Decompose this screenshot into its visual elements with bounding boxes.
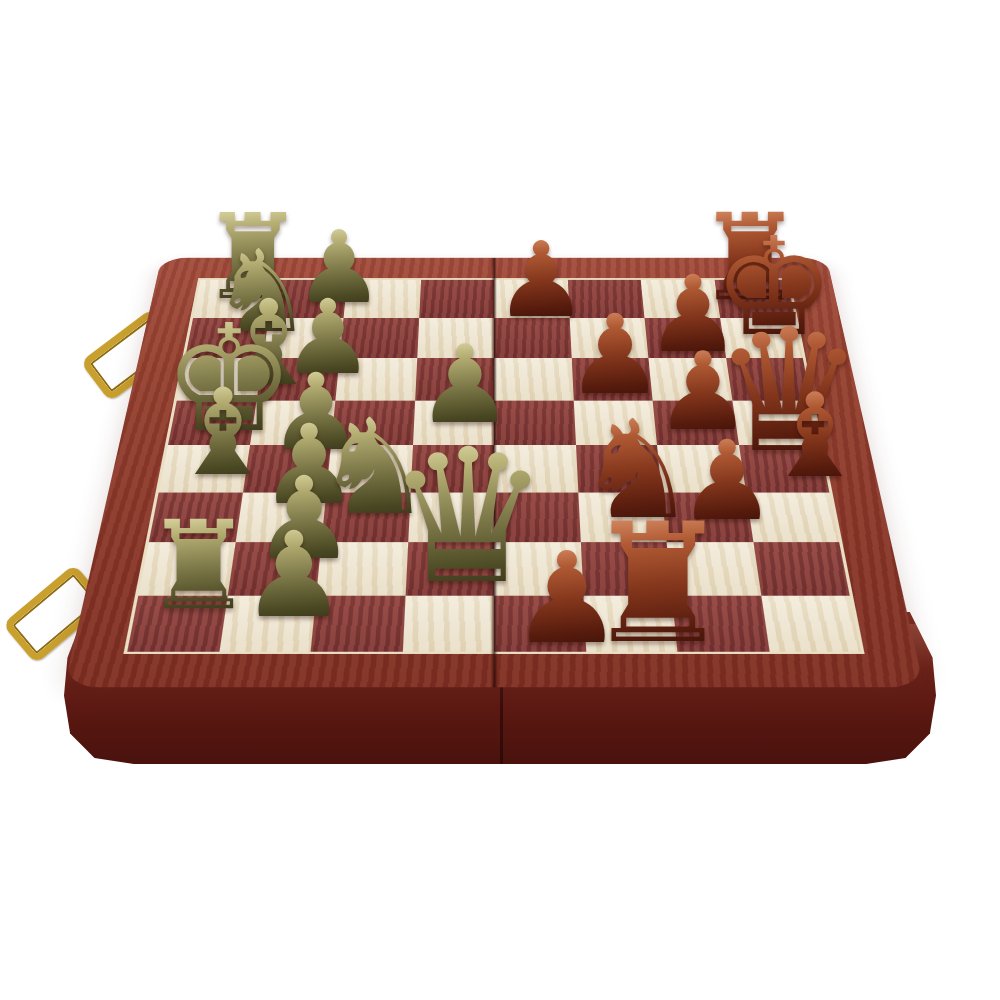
square-h7 — [720, 318, 803, 358]
square-b4 — [243, 445, 331, 492]
square-h1 — [761, 595, 861, 651]
square-c1 — [311, 595, 405, 651]
square-g1 — [672, 595, 769, 651]
square-f7 — [569, 318, 648, 358]
square-b8 — [268, 280, 347, 318]
square-g3 — [662, 492, 753, 542]
square-h6 — [726, 358, 812, 400]
square-a2 — [138, 542, 235, 595]
product-photo-scene: ♜♞♝♚♝♜♟♟♟♟♟♟♟♞♛♟♜♚♛♝♟♟♟♟♞♜♟ — [0, 0, 1000, 1000]
square-e4 — [494, 445, 578, 492]
square-b1 — [219, 595, 316, 651]
square-c4 — [326, 445, 412, 492]
square-g7 — [644, 318, 725, 358]
square-h8 — [714, 280, 795, 318]
square-g6 — [648, 358, 731, 400]
square-g5 — [653, 400, 739, 445]
square-a3 — [149, 492, 243, 542]
square-d4 — [410, 445, 494, 492]
square-f8 — [567, 280, 644, 318]
square-d7 — [417, 318, 494, 358]
square-c8 — [344, 280, 421, 318]
square-a7 — [185, 318, 268, 358]
board-fold-seam — [491, 258, 498, 688]
chess-board — [64, 258, 924, 688]
square-f1 — [583, 595, 677, 651]
square-g4 — [657, 445, 745, 492]
square-d5 — [413, 400, 495, 445]
square-h5 — [732, 400, 820, 445]
square-d1 — [402, 595, 494, 651]
square-c6 — [335, 358, 416, 400]
square-b5 — [250, 400, 336, 445]
square-e1 — [494, 595, 586, 651]
square-a1 — [127, 595, 227, 651]
square-f3 — [578, 492, 667, 542]
square-g2 — [667, 542, 761, 595]
square-f4 — [576, 445, 662, 492]
square-d3 — [408, 492, 494, 542]
square-e8 — [494, 280, 569, 318]
square-e7 — [494, 318, 571, 358]
square-c3 — [321, 492, 410, 542]
square-a5 — [168, 400, 256, 445]
square-a4 — [159, 445, 250, 492]
square-g8 — [641, 280, 720, 318]
square-c7 — [340, 318, 419, 358]
square-a6 — [177, 358, 263, 400]
square-b7 — [262, 318, 343, 358]
square-b3 — [235, 492, 326, 542]
square-b2 — [227, 542, 321, 595]
square-h3 — [745, 492, 839, 542]
square-f5 — [573, 400, 657, 445]
square-e2 — [494, 542, 583, 595]
square-f6 — [571, 358, 652, 400]
square-c5 — [331, 400, 415, 445]
square-b6 — [256, 358, 339, 400]
square-e3 — [494, 492, 580, 542]
square-e6 — [494, 358, 573, 400]
square-d2 — [405, 542, 494, 595]
square-a8 — [193, 280, 274, 318]
square-d8 — [419, 280, 494, 318]
square-h2 — [753, 542, 850, 595]
square-e5 — [494, 400, 576, 445]
square-f2 — [580, 542, 672, 595]
square-d6 — [415, 358, 494, 400]
square-c2 — [316, 542, 408, 595]
square-h4 — [739, 445, 830, 492]
